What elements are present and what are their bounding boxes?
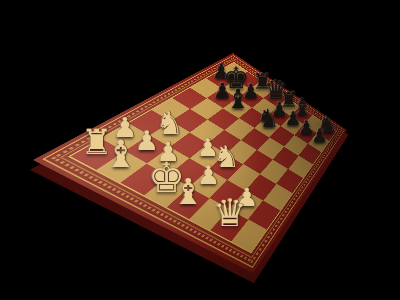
chess-board[interactable] (33, 53, 347, 273)
piece-white-bishop[interactable]: ♝ (104, 136, 138, 174)
piece-white-knight[interactable]: ♞ (156, 108, 184, 139)
piece-black-knight[interactable]: ♞ (257, 106, 280, 131)
piece-black-bishop[interactable]: ♝ (226, 86, 250, 113)
chess-photo-stage: ♜♝♚♝♛♟♟♟♟♟♟♞♞♞♝♜♛♜♟♟♟♟♟♚♟♟♝♞ (0, 0, 400, 300)
piece-white-queen[interactable]: ♛ (213, 195, 247, 233)
piece-white-bishop[interactable]: ♝ (172, 174, 204, 210)
piece-black-pawn[interactable]: ♟ (311, 127, 328, 146)
